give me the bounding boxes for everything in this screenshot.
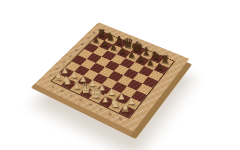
piece-black-pawn-e7[interactable]: ♟ [128,51,135,59]
piece-black-pawn-d7[interactable]: ♟ [119,47,126,55]
board-grid: ♜♞♝♛♚♝♞♜♟♟♟♟♟♟♟♟♟♟♟♟♟♟♟♟♜♞♝♛♚♝♞♜ [52,32,174,118]
piece-black-pawn-f7[interactable]: ♟ [137,55,144,63]
file-label-h: h [114,115,127,123]
piece-black-pawn-h7[interactable]: ♟ [156,63,163,71]
piece-black-pawn-a7[interactable]: ♟ [92,36,99,44]
piece-black-pawn-b7[interactable]: ♟ [101,40,108,48]
piece-white-knight-g1[interactable]: ♞ [109,97,120,109]
chess-board: 87654321 abcdefgh ♜♞♝♛♚♝♞♜♟♟♟♟♟♟♟♟♟♟♟♟♟♟… [35,22,190,132]
photo-scene: 87654321 abcdefgh ♜♞♝♛♚♝♞♜♟♟♟♟♟♟♟♟♟♟♟♟♟♟… [0,0,240,150]
piece-white-bishop-f1[interactable]: ♝ [100,92,111,104]
piece-white-rook-a1[interactable]: ♜ [53,72,62,82]
product-photo: 87654321 abcdefgh ♜♞♝♛♚♝♞♜♟♟♟♟♟♟♟♟♟♟♟♟♟♟… [0,0,240,150]
piece-black-pawn-g7[interactable]: ♟ [146,59,153,67]
piece-black-pawn-c7[interactable]: ♟ [110,44,117,52]
square-h7[interactable]: ♟ [154,64,169,75]
piece-white-rook-h1[interactable]: ♜ [120,103,130,114]
